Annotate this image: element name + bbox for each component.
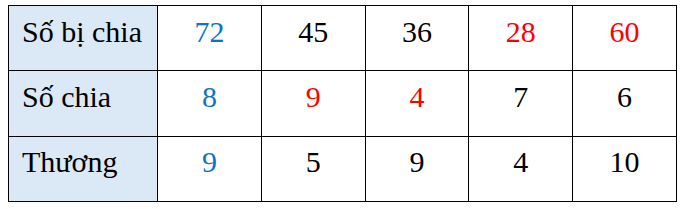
cell-dividend-4: 28 <box>469 6 573 71</box>
cell-divisor-3: 4 <box>366 71 470 136</box>
cell-dividend-3: 36 <box>366 6 470 71</box>
cell-dividend-2: 45 <box>262 6 366 71</box>
row-header-quotient: Thương <box>9 137 158 202</box>
worksheet-canvas: Số bị chia 72 45 36 28 60 Số chia 8 9 4 … <box>0 0 683 209</box>
cell-dividend-1: 72 <box>158 6 262 71</box>
cell-quotient-3: 9 <box>366 137 470 202</box>
cell-divisor-5: 6 <box>573 71 677 136</box>
cell-divisor-4: 7 <box>469 71 573 136</box>
row-header-divisor: Số chia <box>9 71 158 136</box>
cell-quotient-1: 9 <box>158 137 262 202</box>
row-header-dividend: Số bị chia <box>9 6 158 71</box>
cell-quotient-2: 5 <box>262 137 366 202</box>
cell-quotient-5: 10 <box>573 137 677 202</box>
cell-quotient-4: 4 <box>469 137 573 202</box>
cell-divisor-2: 9 <box>262 71 366 136</box>
division-table: Số bị chia 72 45 36 28 60 Số chia 8 9 4 … <box>8 5 677 202</box>
cell-dividend-5: 60 <box>573 6 677 71</box>
cell-divisor-1: 8 <box>158 71 262 136</box>
